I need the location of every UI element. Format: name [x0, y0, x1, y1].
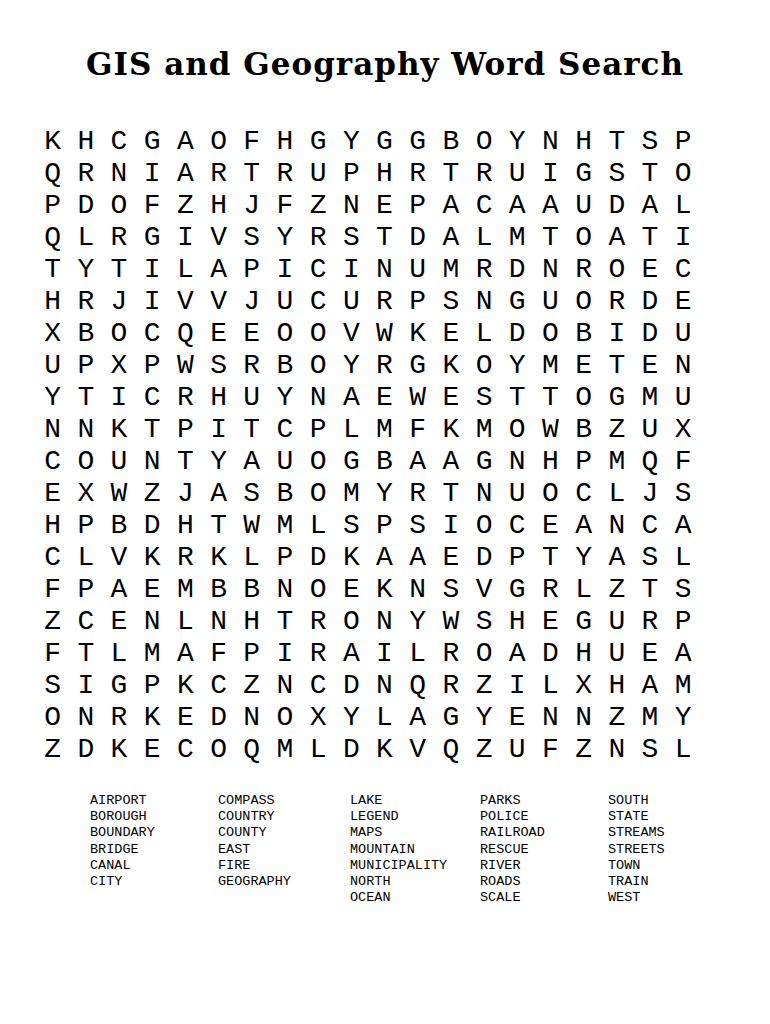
grid-cell-r18c14: Z [467, 669, 500, 701]
grid-cell-r5c7: P [235, 253, 268, 285]
grid-cell-r19c9: X [302, 701, 335, 733]
grid-cell-r5c6: A [202, 253, 235, 285]
grid-cell-r8c15: Y [501, 349, 534, 381]
grid-cell-r7c14: L [467, 317, 500, 349]
grid-cell-r8c12: G [401, 349, 434, 381]
grid-cell-r3c11: E [368, 189, 401, 221]
word-list-item: POLICE [480, 809, 545, 825]
grid-cell-r7c9: O [302, 317, 335, 349]
grid-cell-r14c12: A [401, 541, 434, 573]
grid-cell-r9c14: S [467, 381, 500, 413]
word-list-item: TRAIN [608, 874, 665, 890]
grid-cell-r9c5: R [169, 381, 202, 413]
grid-cell-r7c3: O [102, 317, 135, 349]
grid-cell-r3c20: L [667, 189, 700, 221]
grid-cell-r14c17: Y [567, 541, 600, 573]
grid-cell-r12c7: S [235, 477, 268, 509]
grid-cell-r15c7: B [235, 573, 268, 605]
grid-cell-r13c15: C [501, 509, 534, 541]
grid-cell-r19c14: Y [467, 701, 500, 733]
grid-cell-r3c10: N [335, 189, 368, 221]
grid-cell-r3c14: C [467, 189, 500, 221]
word-list-item: MOUNTAIN [350, 842, 447, 858]
grid-cell-r10c20: X [667, 413, 700, 445]
grid-cell-r16c1: Z [36, 605, 69, 637]
grid-cell-r5c13: M [434, 253, 467, 285]
grid-cell-r16c9: R [302, 605, 335, 637]
word-list-item: LAKE [350, 793, 447, 809]
word-list-item: BOUNDARY [90, 825, 155, 841]
grid-cell-r12c19: J [633, 477, 666, 509]
grid-cell-r17c14: O [467, 637, 500, 669]
grid-cell-r2c1: Q [36, 157, 69, 189]
grid-cell-r5c8: I [268, 253, 301, 285]
grid-cell-r13c10: S [335, 509, 368, 541]
grid-cell-r16c16: E [534, 605, 567, 637]
grid-cell-r11c4: N [136, 445, 169, 477]
grid-cell-r11c2: O [69, 445, 102, 477]
grid-cell-r7c17: B [567, 317, 600, 349]
grid-cell-r7c12: K [401, 317, 434, 349]
grid-cell-r13c2: P [69, 509, 102, 541]
grid-cell-r3c7: J [235, 189, 268, 221]
grid-cell-r12c16: O [534, 477, 567, 509]
grid-cell-r13c8: M [268, 509, 301, 541]
grid-cell-r4c12: D [401, 221, 434, 253]
grid-cell-r19c2: N [69, 701, 102, 733]
word-list-item: WEST [608, 890, 665, 906]
word-list-item: STREAMS [608, 825, 665, 841]
grid-cell-r7c13: E [434, 317, 467, 349]
grid-cell-r10c15: O [501, 413, 534, 445]
grid-cell-r6c10: U [335, 285, 368, 317]
grid-cell-r14c20: L [667, 541, 700, 573]
grid-cell-r2c20: O [667, 157, 700, 189]
grid-cell-r14c10: K [335, 541, 368, 573]
grid-cell-r10c2: N [69, 413, 102, 445]
grid-cell-r15c20: S [667, 573, 700, 605]
grid-cell-r5c2: Y [69, 253, 102, 285]
grid-cell-r20c9: L [302, 733, 335, 765]
grid-cell-r4c7: S [235, 221, 268, 253]
grid-cell-r19c3: R [102, 701, 135, 733]
grid-cell-r9c2: T [69, 381, 102, 413]
grid-cell-r9c6: H [202, 381, 235, 413]
grid-cell-r19c20: Y [667, 701, 700, 733]
grid-cell-r18c18: H [600, 669, 633, 701]
grid-cell-r20c20: L [667, 733, 700, 765]
grid-cell-r18c16: L [534, 669, 567, 701]
grid-cell-r2c11: H [368, 157, 401, 189]
grid-cell-r19c10: Y [335, 701, 368, 733]
grid-cell-r16c10: O [335, 605, 368, 637]
grid-cell-r5c4: I [136, 253, 169, 285]
grid-cell-r18c4: P [136, 669, 169, 701]
grid-cell-r9c12: W [401, 381, 434, 413]
grid-cell-r10c3: K [102, 413, 135, 445]
grid-cell-r11c5: T [169, 445, 202, 477]
grid-cell-r2c12: R [401, 157, 434, 189]
grid-cell-r1c14: O [467, 125, 500, 157]
grid-cell-r5c19: E [633, 253, 666, 285]
grid-cell-r10c5: P [169, 413, 202, 445]
grid-cell-r12c17: C [567, 477, 600, 509]
grid-cell-r13c9: L [302, 509, 335, 541]
grid-cell-r10c10: L [335, 413, 368, 445]
grid-cell-r4c16: T [534, 221, 567, 253]
grid-cell-r16c12: Y [401, 605, 434, 637]
grid-cell-r2c17: G [567, 157, 600, 189]
grid-cell-r7c6: E [202, 317, 235, 349]
grid-cell-r16c6: N [202, 605, 235, 637]
word-list-item: MUNICIPALITY [350, 858, 447, 874]
grid-cell-r17c5: A [169, 637, 202, 669]
grid-cell-r18c20: M [667, 669, 700, 701]
grid-cell-r3c16: A [534, 189, 567, 221]
grid-cell-r13c11: P [368, 509, 401, 541]
grid-cell-r19c19: M [633, 701, 666, 733]
grid-cell-r16c13: W [434, 605, 467, 637]
grid-cell-r17c10: A [335, 637, 368, 669]
grid-cell-r8c7: R [235, 349, 268, 381]
grid-cell-r6c19: D [633, 285, 666, 317]
grid-cell-r8c20: N [667, 349, 700, 381]
grid-cell-r19c15: E [501, 701, 534, 733]
grid-cell-r8c10: Y [335, 349, 368, 381]
grid-cell-r11c14: G [467, 445, 500, 477]
grid-cell-r9c7: U [235, 381, 268, 413]
grid-cell-r3c6: H [202, 189, 235, 221]
grid-cell-r2c9: U [302, 157, 335, 189]
grid-cell-r4c5: I [169, 221, 202, 253]
grid-cell-r11c13: A [434, 445, 467, 477]
grid-cell-r6c1: H [36, 285, 69, 317]
grid-cell-r20c19: S [633, 733, 666, 765]
grid-cell-r3c3: O [102, 189, 135, 221]
grid-cell-r6c5: V [169, 285, 202, 317]
grid-cell-r9c8: Y [268, 381, 301, 413]
grid-cell-r15c19: T [633, 573, 666, 605]
grid-cell-r18c9: C [302, 669, 335, 701]
grid-cell-r11c7: A [235, 445, 268, 477]
grid-cell-r15c14: V [467, 573, 500, 605]
grid-cell-r14c2: L [69, 541, 102, 573]
grid-cell-r1c19: S [633, 125, 666, 157]
grid-cell-r10c18: Z [600, 413, 633, 445]
grid-cell-r6c7: J [235, 285, 268, 317]
grid-cell-r6c17: O [567, 285, 600, 317]
grid-cell-r7c16: O [534, 317, 567, 349]
grid-cell-r7c11: W [368, 317, 401, 349]
grid-cell-r12c2: X [69, 477, 102, 509]
grid-cell-r11c11: B [368, 445, 401, 477]
word-list-item: SCALE [480, 890, 545, 906]
grid-cell-r6c11: R [368, 285, 401, 317]
grid-cell-r7c5: Q [169, 317, 202, 349]
grid-cell-r11c10: G [335, 445, 368, 477]
grid-cell-r16c5: L [169, 605, 202, 637]
grid-cell-r17c8: I [268, 637, 301, 669]
grid-cell-r17c9: R [302, 637, 335, 669]
grid-cell-r9c13: E [434, 381, 467, 413]
word-list-item: TOWN [608, 858, 665, 874]
grid-cell-r19c8: O [268, 701, 301, 733]
word-list-item: PARKS [480, 793, 545, 809]
grid-cell-r3c4: F [136, 189, 169, 221]
grid-cell-r19c7: N [235, 701, 268, 733]
grid-cell-r10c1: N [36, 413, 69, 445]
grid-cell-r1c4: G [136, 125, 169, 157]
word-list-item: EAST [218, 842, 291, 858]
grid-cell-r4c17: O [567, 221, 600, 253]
grid-cell-r20c2: D [69, 733, 102, 765]
grid-cell-r9c1: Y [36, 381, 69, 413]
grid-cell-r11c1: C [36, 445, 69, 477]
grid-cell-r3c8: F [268, 189, 301, 221]
grid-cell-r12c18: L [600, 477, 633, 509]
grid-cell-r2c15: U [501, 157, 534, 189]
grid-cell-r8c14: O [467, 349, 500, 381]
grid-cell-r12c14: N [467, 477, 500, 509]
grid-cell-r9c4: C [136, 381, 169, 413]
word-list-item: COMPASS [218, 793, 291, 809]
grid-cell-r6c8: U [268, 285, 301, 317]
grid-cell-r1c13: B [434, 125, 467, 157]
grid-cell-r14c18: A [600, 541, 633, 573]
grid-cell-r4c13: A [434, 221, 467, 253]
grid-cell-r16c19: R [633, 605, 666, 637]
grid-cell-r8c13: K [434, 349, 467, 381]
grid-cell-r14c8: P [268, 541, 301, 573]
puzzle-title: GIS and Geography Word Search [0, 46, 770, 82]
grid-cell-r16c11: N [368, 605, 401, 637]
grid-cell-r4c8: Y [268, 221, 301, 253]
grid-cell-r12c6: A [202, 477, 235, 509]
grid-cell-r20c1: Z [36, 733, 69, 765]
grid-cell-r12c10: M [335, 477, 368, 509]
word-list-column-5: SOUTHSTATESTREAMSSTREETSTOWNTRAINWEST [608, 793, 665, 906]
grid-cell-r12c13: T [434, 477, 467, 509]
grid-cell-r2c10: P [335, 157, 368, 189]
grid-cell-r20c7: Q [235, 733, 268, 765]
grid-cell-r5c20: C [667, 253, 700, 285]
grid-cell-r20c17: Z [567, 733, 600, 765]
grid-cell-r15c12: N [401, 573, 434, 605]
grid-cell-r2c5: A [169, 157, 202, 189]
grid-cell-r20c15: U [501, 733, 534, 765]
grid-cell-r4c10: S [335, 221, 368, 253]
word-list-item: SOUTH [608, 793, 665, 809]
grid-cell-r5c3: T [102, 253, 135, 285]
grid-cell-r13c6: T [202, 509, 235, 541]
grid-cell-r2c8: R [268, 157, 301, 189]
grid-cell-r7c10: V [335, 317, 368, 349]
grid-cell-r16c3: E [102, 605, 135, 637]
grid-cell-r4c9: R [302, 221, 335, 253]
grid-cell-r3c17: U [567, 189, 600, 221]
grid-cell-r5c10: I [335, 253, 368, 285]
grid-cell-r3c18: D [600, 189, 633, 221]
grid-cell-r1c5: A [169, 125, 202, 157]
grid-cell-r17c7: P [235, 637, 268, 669]
word-list-item: FIRE [218, 858, 291, 874]
grid-cell-r18c12: Q [401, 669, 434, 701]
grid-cell-r9c11: E [368, 381, 401, 413]
grid-cell-r4c14: L [467, 221, 500, 253]
grid-cell-r9c18: G [600, 381, 633, 413]
grid-cell-r6c4: I [136, 285, 169, 317]
grid-cell-r12c5: J [169, 477, 202, 509]
grid-cell-r16c7: H [235, 605, 268, 637]
grid-cell-r2c18: S [600, 157, 633, 189]
grid-cell-r10c4: T [136, 413, 169, 445]
grid-cell-r14c3: V [102, 541, 135, 573]
grid-cell-r17c20: A [667, 637, 700, 669]
grid-cell-r8c16: M [534, 349, 567, 381]
word-list-item: RAILROAD [480, 825, 545, 841]
grid-cell-r4c1: Q [36, 221, 69, 253]
grid-cell-r13c14: O [467, 509, 500, 541]
grid-cell-r5c11: N [368, 253, 401, 285]
grid-cell-r5c16: N [534, 253, 567, 285]
grid-cell-r7c19: D [633, 317, 666, 349]
grid-cell-r18c10: D [335, 669, 368, 701]
grid-cell-r4c6: V [202, 221, 235, 253]
grid-cell-r17c1: F [36, 637, 69, 669]
grid-cell-r9c15: T [501, 381, 534, 413]
grid-cell-r6c18: R [600, 285, 633, 317]
grid-cell-r13c3: B [102, 509, 135, 541]
grid-cell-r1c12: G [401, 125, 434, 157]
grid-cell-r16c14: S [467, 605, 500, 637]
grid-cell-r19c6: D [202, 701, 235, 733]
grid-cell-r20c3: K [102, 733, 135, 765]
word-list-column-3: LAKELEGENDMAPSMOUNTAINMUNICIPALITYNORTHO… [350, 793, 447, 906]
grid-cell-r9c17: O [567, 381, 600, 413]
grid-cell-r4c3: R [102, 221, 135, 253]
grid-cell-r15c1: F [36, 573, 69, 605]
grid-cell-r16c2: C [69, 605, 102, 637]
word-list-item: NORTH [350, 874, 447, 890]
word-list-item: CANAL [90, 858, 155, 874]
grid-cell-r2c2: R [69, 157, 102, 189]
grid-cell-r8c8: B [268, 349, 301, 381]
grid-cell-r5c1: T [36, 253, 69, 285]
grid-cell-r12c20: S [667, 477, 700, 509]
grid-cell-r6c13: S [434, 285, 467, 317]
word-list-item: COUNTRY [218, 809, 291, 825]
grid-cell-r18c6: C [202, 669, 235, 701]
word-list-item: BOROUGH [90, 809, 155, 825]
word-list-item: MAPS [350, 825, 447, 841]
grid-cell-r18c13: R [434, 669, 467, 701]
grid-cell-r3c5: Z [169, 189, 202, 221]
grid-cell-r1c2: H [69, 125, 102, 157]
grid-cell-r14c15: P [501, 541, 534, 573]
grid-cell-r3c12: P [401, 189, 434, 221]
grid-cell-r12c12: R [401, 477, 434, 509]
grid-cell-r9c9: N [302, 381, 335, 413]
grid-cell-r18c19: A [633, 669, 666, 701]
grid-cell-r7c7: E [235, 317, 268, 349]
grid-cell-r18c7: Z [235, 669, 268, 701]
grid-cell-r17c16: D [534, 637, 567, 669]
word-list-item: AIRPORT [90, 793, 155, 809]
grid-cell-r2c14: R [467, 157, 500, 189]
grid-cell-r20c11: K [368, 733, 401, 765]
grid-cell-r7c18: I [600, 317, 633, 349]
grid-cell-r17c3: L [102, 637, 135, 669]
grid-cell-r19c13: G [434, 701, 467, 733]
grid-cell-r8c17: E [567, 349, 600, 381]
grid-cell-r3c13: A [434, 189, 467, 221]
word-list-item: STATE [608, 809, 665, 825]
grid-cell-r7c20: U [667, 317, 700, 349]
grid-cell-r6c15: G [501, 285, 534, 317]
grid-cell-r11c15: N [501, 445, 534, 477]
grid-cell-r17c2: T [69, 637, 102, 669]
grid-cell-r8c18: T [600, 349, 633, 381]
grid-cell-r14c7: L [235, 541, 268, 573]
grid-cell-r8c4: P [136, 349, 169, 381]
word-list-column-2: COMPASSCOUNTRYCOUNTYEASTFIREGEOGRAPHY [218, 793, 291, 890]
grid-cell-r6c14: N [467, 285, 500, 317]
grid-cell-r13c16: E [534, 509, 567, 541]
grid-cell-r4c19: T [633, 221, 666, 253]
grid-cell-r11c17: P [567, 445, 600, 477]
grid-cell-r5c15: D [501, 253, 534, 285]
word-list-column-4: PARKSPOLICERAILROADRESCUERIVERROADSSCALE [480, 793, 545, 906]
grid-cell-r15c15: G [501, 573, 534, 605]
grid-cell-r1c9: G [302, 125, 335, 157]
grid-cell-r10c14: M [467, 413, 500, 445]
grid-cell-r2c7: T [235, 157, 268, 189]
grid-cell-r13c13: I [434, 509, 467, 541]
grid-cell-r8c11: R [368, 349, 401, 381]
grid-cell-r6c9: C [302, 285, 335, 317]
grid-cell-r13c19: C [633, 509, 666, 541]
grid-cell-r15c2: P [69, 573, 102, 605]
word-list-item: LEGEND [350, 809, 447, 825]
grid-cell-r16c18: U [600, 605, 633, 637]
grid-cell-r17c17: H [567, 637, 600, 669]
grid-cell-r11c6: Y [202, 445, 235, 477]
grid-cell-r14c16: T [534, 541, 567, 573]
grid-cell-r10c13: K [434, 413, 467, 445]
grid-cell-r11c9: O [302, 445, 335, 477]
grid-cell-r1c1: K [36, 125, 69, 157]
grid-cell-r5c12: U [401, 253, 434, 285]
grid-cell-r7c2: B [69, 317, 102, 349]
grid-cell-r14c6: K [202, 541, 235, 573]
grid-cell-r5c18: O [600, 253, 633, 285]
grid-cell-r10c12: F [401, 413, 434, 445]
grid-cell-r10c6: I [202, 413, 235, 445]
grid-cell-r20c10: D [335, 733, 368, 765]
grid-cell-r10c11: M [368, 413, 401, 445]
grid-cell-r19c5: E [169, 701, 202, 733]
grid-cell-r3c15: A [501, 189, 534, 221]
grid-cell-r13c5: H [169, 509, 202, 541]
grid-cell-r20c14: Z [467, 733, 500, 765]
grid-cell-r12c15: U [501, 477, 534, 509]
grid-cell-r11c20: F [667, 445, 700, 477]
grid-cell-r4c18: A [600, 221, 633, 253]
grid-cell-r15c11: K [368, 573, 401, 605]
grid-cell-r16c17: G [567, 605, 600, 637]
grid-cell-r20c8: M [268, 733, 301, 765]
grid-cell-r12c8: B [268, 477, 301, 509]
